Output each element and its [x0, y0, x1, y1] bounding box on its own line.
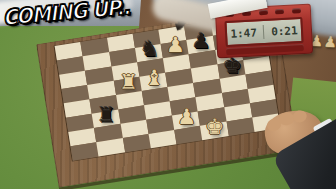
- knuckle: [292, 109, 308, 124]
- square-a1: [71, 142, 99, 160]
- clock-time-left: 1:47: [230, 26, 257, 40]
- clock-button: [292, 8, 301, 13]
- square-b1: [96, 138, 124, 156]
- clock-button: [275, 9, 284, 14]
- clock-button: [258, 10, 267, 15]
- square-c1: [122, 134, 150, 152]
- broadcast-frame: ♞♟♟♜♝♚♜♟♚ ♜♛♝♞♟♟ ♛ ♞ 1:47 0:21 COMING UP…: [0, 0, 336, 189]
- clock-display-divider: [263, 25, 265, 39]
- square-d1: [148, 130, 176, 148]
- square-f1: ♚: [200, 122, 228, 140]
- clock-display: 1:47 0:21: [224, 17, 303, 47]
- chess-clock: 1:47 0:21: [215, 4, 313, 59]
- clock-time-right: 0:21: [271, 24, 298, 38]
- square-g1: [226, 118, 254, 136]
- square-e1: [174, 126, 202, 144]
